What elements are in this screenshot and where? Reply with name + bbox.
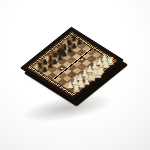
chess-set-photo: ♜♞♝♛♚♝♞♜♟♟♟♟♟♟♟♟♟♟♟♟♟♟♟♟♜♞♝♛♚♝♞♜ xyxy=(0,0,150,150)
piece-white-rook[interactable]: ♜ xyxy=(71,84,78,91)
piece-black-pawn[interactable]: ♟ xyxy=(41,65,48,72)
